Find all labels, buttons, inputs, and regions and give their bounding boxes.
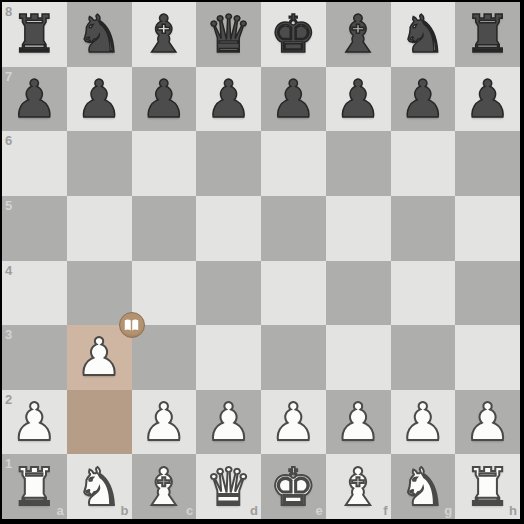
- square-f1[interactable]: f♝: [326, 454, 391, 519]
- piece-white-pawn[interactable]: ♟: [464, 396, 511, 448]
- square-d7[interactable]: ♟: [196, 67, 261, 132]
- square-c5[interactable]: [132, 196, 197, 261]
- square-e4[interactable]: [261, 261, 326, 326]
- square-e8[interactable]: ♚: [261, 2, 326, 67]
- square-b1[interactable]: b♞: [67, 454, 132, 519]
- open-book-glyph: [123, 318, 140, 333]
- square-a6[interactable]: 6: [2, 131, 67, 196]
- piece-black-knight[interactable]: ♞: [76, 8, 123, 60]
- rank-label-6: 6: [5, 134, 12, 147]
- square-f6[interactable]: [326, 131, 391, 196]
- square-a7[interactable]: 7♟: [2, 67, 67, 132]
- square-a8[interactable]: 8♜: [2, 2, 67, 67]
- square-d4[interactable]: [196, 261, 261, 326]
- square-h8[interactable]: ♜: [455, 2, 520, 67]
- square-h3[interactable]: [455, 325, 520, 390]
- piece-white-pawn[interactable]: ♟: [205, 396, 252, 448]
- square-c1[interactable]: c♝: [132, 454, 197, 519]
- piece-black-pawn[interactable]: ♟: [400, 73, 447, 125]
- square-g5[interactable]: [391, 196, 456, 261]
- piece-white-bishop[interactable]: ♝: [141, 461, 188, 513]
- piece-white-rook[interactable]: ♜: [464, 461, 511, 513]
- square-d6[interactable]: [196, 131, 261, 196]
- square-g1[interactable]: g♞: [391, 454, 456, 519]
- piece-white-pawn[interactable]: ♟: [141, 396, 188, 448]
- square-b5[interactable]: [67, 196, 132, 261]
- piece-white-rook[interactable]: ♜: [11, 461, 58, 513]
- square-b6[interactable]: [67, 131, 132, 196]
- piece-white-pawn[interactable]: ♟: [335, 396, 382, 448]
- square-c3[interactable]: [132, 325, 197, 390]
- square-c4[interactable]: [132, 261, 197, 326]
- square-e6[interactable]: [261, 131, 326, 196]
- square-h2[interactable]: ♟: [455, 390, 520, 455]
- square-g2[interactable]: ♟: [391, 390, 456, 455]
- piece-black-pawn[interactable]: ♟: [76, 73, 123, 125]
- square-g3[interactable]: [391, 325, 456, 390]
- square-f7[interactable]: ♟: [326, 67, 391, 132]
- piece-black-pawn[interactable]: ♟: [141, 73, 188, 125]
- square-g8[interactable]: ♞: [391, 2, 456, 67]
- piece-white-knight[interactable]: ♞: [76, 461, 123, 513]
- piece-white-knight[interactable]: ♞: [400, 461, 447, 513]
- square-d2[interactable]: ♟: [196, 390, 261, 455]
- piece-white-pawn[interactable]: ♟: [270, 396, 317, 448]
- piece-black-pawn[interactable]: ♟: [464, 73, 511, 125]
- board-frame: 8♜♞♝♛♚♝♞♜7♟♟♟♟♟♟♟♟6543♟2♟♟♟♟♟♟♟1a♜b♞c♝d♛…: [0, 0, 524, 524]
- rank-label-3: 3: [5, 328, 12, 341]
- square-b7[interactable]: ♟: [67, 67, 132, 132]
- square-e5[interactable]: [261, 196, 326, 261]
- piece-black-rook[interactable]: ♜: [11, 8, 58, 60]
- square-f4[interactable]: [326, 261, 391, 326]
- piece-white-pawn[interactable]: ♟: [76, 331, 123, 383]
- square-d8[interactable]: ♛: [196, 2, 261, 67]
- piece-black-pawn[interactable]: ♟: [270, 73, 317, 125]
- piece-white-queen[interactable]: ♛: [205, 461, 252, 513]
- square-d5[interactable]: [196, 196, 261, 261]
- chess-board: 8♜♞♝♛♚♝♞♜7♟♟♟♟♟♟♟♟6543♟2♟♟♟♟♟♟♟1a♜b♞c♝d♛…: [2, 2, 520, 519]
- square-a2[interactable]: 2♟: [2, 390, 67, 455]
- piece-white-pawn[interactable]: ♟: [11, 396, 58, 448]
- square-e2[interactable]: ♟: [261, 390, 326, 455]
- square-h6[interactable]: [455, 131, 520, 196]
- piece-black-queen[interactable]: ♛: [205, 8, 252, 60]
- square-f8[interactable]: ♝: [326, 2, 391, 67]
- square-c7[interactable]: ♟: [132, 67, 197, 132]
- piece-black-rook[interactable]: ♜: [464, 8, 511, 60]
- square-a4[interactable]: 4: [2, 261, 67, 326]
- square-g6[interactable]: [391, 131, 456, 196]
- piece-black-pawn[interactable]: ♟: [335, 73, 382, 125]
- piece-black-pawn[interactable]: ♟: [205, 73, 252, 125]
- square-f2[interactable]: ♟: [326, 390, 391, 455]
- piece-black-king[interactable]: ♚: [270, 8, 317, 60]
- square-b3[interactable]: ♟: [67, 325, 132, 390]
- piece-black-pawn[interactable]: ♟: [11, 73, 58, 125]
- square-d1[interactable]: d♛: [196, 454, 261, 519]
- square-c2[interactable]: ♟: [132, 390, 197, 455]
- square-b2[interactable]: [67, 390, 132, 455]
- square-g4[interactable]: [391, 261, 456, 326]
- square-e7[interactable]: ♟: [261, 67, 326, 132]
- piece-black-bishop[interactable]: ♝: [335, 8, 382, 60]
- square-f5[interactable]: [326, 196, 391, 261]
- piece-white-pawn[interactable]: ♟: [400, 396, 447, 448]
- square-e3[interactable]: [261, 325, 326, 390]
- piece-black-bishop[interactable]: ♝: [141, 8, 188, 60]
- piece-black-knight[interactable]: ♞: [400, 8, 447, 60]
- piece-white-king[interactable]: ♚: [270, 461, 317, 513]
- square-g7[interactable]: ♟: [391, 67, 456, 132]
- square-a1[interactable]: 1a♜: [2, 454, 67, 519]
- square-c8[interactable]: ♝: [132, 2, 197, 67]
- square-h7[interactable]: ♟: [455, 67, 520, 132]
- rank-label-4: 4: [5, 264, 12, 277]
- square-h4[interactable]: [455, 261, 520, 326]
- square-a3[interactable]: 3: [2, 325, 67, 390]
- file-label-f: f: [383, 504, 387, 517]
- square-e1[interactable]: e♚: [261, 454, 326, 519]
- square-f3[interactable]: [326, 325, 391, 390]
- opening-book-icon: [119, 312, 145, 338]
- rank-label-5: 5: [5, 199, 12, 212]
- square-d3[interactable]: [196, 325, 261, 390]
- square-h5[interactable]: [455, 196, 520, 261]
- piece-white-bishop[interactable]: ♝: [335, 461, 382, 513]
- square-h1[interactable]: h♜: [455, 454, 520, 519]
- square-b8[interactable]: ♞: [67, 2, 132, 67]
- square-a5[interactable]: 5: [2, 196, 67, 261]
- square-c6[interactable]: [132, 131, 197, 196]
